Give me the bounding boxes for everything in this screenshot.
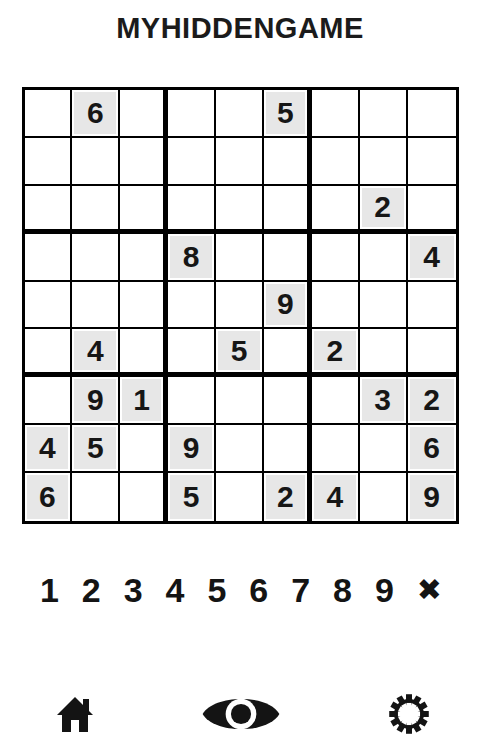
cell-r6c6[interactable] [264,329,312,377]
cell-r7c5[interactable] [216,377,264,425]
cell-r5c3[interactable] [120,282,168,330]
cell-r9c1[interactable]: 6 [25,473,73,521]
cell-r7c7[interactable] [312,377,360,425]
cell-r4c2[interactable] [72,234,120,282]
numpad-key-3[interactable]: 3 [124,570,143,610]
numpad-key-6[interactable]: 6 [249,570,268,610]
cell-r4c5[interactable] [216,234,264,282]
cell-r9c6[interactable]: 2 [264,473,312,521]
settings-button[interactable] [386,691,432,737]
cell-r9c8[interactable] [360,473,408,521]
cell-r4c9[interactable]: 4 [408,234,456,282]
cell-r8c3[interactable] [120,425,168,473]
cell-r3c6[interactable] [264,186,312,234]
cell-r4c8[interactable] [360,234,408,282]
cell-r1c7[interactable] [312,90,360,138]
cell-r4c6[interactable] [264,234,312,282]
numpad-key-4[interactable]: 4 [166,570,185,610]
cell-r8c6[interactable] [264,425,312,473]
number-pad: 123456789✖ [40,570,442,610]
erase-button[interactable]: ✖ [417,570,442,610]
cell-r5c2[interactable] [72,282,120,330]
cell-r7c1[interactable] [25,377,73,425]
cell-r7c2[interactable]: 9 [72,377,120,425]
cell-r2c4[interactable] [168,138,216,186]
numpad-key-2[interactable]: 2 [82,570,101,610]
cell-r3c7[interactable] [312,186,360,234]
cell-r9c4[interactable]: 5 [168,473,216,521]
cell-r7c4[interactable] [168,377,216,425]
cell-r6c3[interactable] [120,329,168,377]
bottom-toolbar [55,690,432,738]
home-button[interactable] [55,694,95,734]
cell-r3c1[interactable] [25,186,73,234]
cell-r1c8[interactable] [360,90,408,138]
cell-r7c9[interactable]: 2 [408,377,456,425]
cell-r1c6[interactable]: 5 [264,90,312,138]
cell-r2c3[interactable] [120,138,168,186]
cell-r4c3[interactable] [120,234,168,282]
cell-r8c4[interactable]: 9 [168,425,216,473]
cell-r6c4[interactable] [168,329,216,377]
cell-r5c1[interactable] [25,282,73,330]
cell-r2c5[interactable] [216,138,264,186]
cell-r2c6[interactable] [264,138,312,186]
cell-r1c3[interactable] [120,90,168,138]
cell-r9c9[interactable]: 9 [408,473,456,521]
cell-r1c1[interactable] [25,90,73,138]
cell-r1c2[interactable]: 6 [72,90,120,138]
cell-r3c8[interactable]: 2 [360,186,408,234]
cell-r3c5[interactable] [216,186,264,234]
cell-r2c1[interactable] [25,138,73,186]
cell-r4c1[interactable] [25,234,73,282]
cell-r5c7[interactable] [312,282,360,330]
cell-r8c9[interactable]: 6 [408,425,456,473]
cell-r3c9[interactable] [408,186,456,234]
cell-r6c2[interactable]: 4 [72,329,120,377]
cell-r9c5[interactable] [216,473,264,521]
cell-r2c2[interactable] [72,138,120,186]
cell-r3c4[interactable] [168,186,216,234]
cell-r5c9[interactable] [408,282,456,330]
numpad-key-8[interactable]: 8 [333,570,352,610]
cell-r5c5[interactable] [216,282,264,330]
cell-r8c2[interactable]: 5 [72,425,120,473]
cell-r2c7[interactable] [312,138,360,186]
cell-r8c1[interactable]: 4 [25,425,73,473]
cell-r1c4[interactable] [168,90,216,138]
numpad-key-9[interactable]: 9 [375,570,394,610]
cell-r6c7[interactable]: 2 [312,329,360,377]
cell-r1c9[interactable] [408,90,456,138]
sudoku-grid: 6528494529132459665249 [22,87,459,524]
cell-r2c9[interactable] [408,138,456,186]
cell-r7c6[interactable] [264,377,312,425]
home-icon [55,694,95,734]
cell-r5c4[interactable] [168,282,216,330]
page-title: MYHIDDENGAME [0,0,480,46]
cell-r8c7[interactable] [312,425,360,473]
cell-r6c1[interactable] [25,329,73,377]
cell-r3c2[interactable] [72,186,120,234]
eye-icon [200,690,282,738]
cell-r7c8[interactable]: 3 [360,377,408,425]
reveal-button[interactable] [200,690,282,738]
numpad-key-1[interactable]: 1 [40,570,59,610]
cell-r4c4[interactable]: 8 [168,234,216,282]
cell-r7c3[interactable]: 1 [120,377,168,425]
cell-r5c8[interactable] [360,282,408,330]
cell-r8c5[interactable] [216,425,264,473]
cell-r9c2[interactable] [72,473,120,521]
cell-r2c8[interactable] [360,138,408,186]
cell-r4c7[interactable] [312,234,360,282]
cell-r9c3[interactable] [120,473,168,521]
cell-r5c6[interactable]: 9 [264,282,312,330]
cell-r1c5[interactable] [216,90,264,138]
cell-r8c8[interactable] [360,425,408,473]
numpad-key-5[interactable]: 5 [207,570,226,610]
cell-r6c8[interactable] [360,329,408,377]
gear-icon [386,691,432,737]
cell-r6c9[interactable] [408,329,456,377]
cell-r6c5[interactable]: 5 [216,329,264,377]
numpad-key-7[interactable]: 7 [291,570,310,610]
cell-r3c3[interactable] [120,186,168,234]
cell-r9c7[interactable]: 4 [312,473,360,521]
